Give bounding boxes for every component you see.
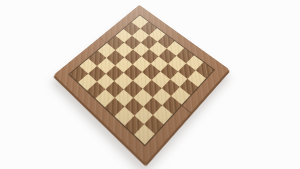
product-photo: [0, 0, 300, 169]
chessboard: [54, 5, 229, 163]
chessboard-scene: [80, 10, 204, 134]
frame-seam-right: [182, 105, 191, 113]
frame-inlay-line: [68, 14, 215, 146]
frame-seam-left: [99, 37, 106, 43]
board-squares: [70, 15, 214, 144]
